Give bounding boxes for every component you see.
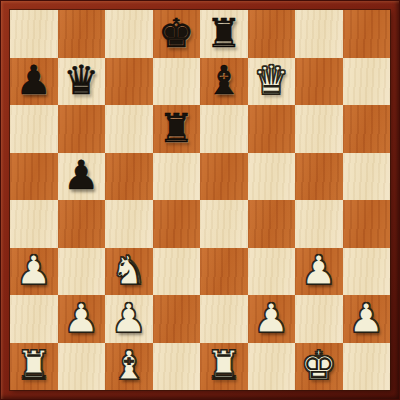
square-d1[interactable]	[153, 343, 201, 391]
square-g2[interactable]	[295, 295, 343, 343]
piece-black-rook-d6: ♜	[158, 108, 194, 148]
square-c1[interactable]: ♝	[105, 343, 153, 391]
square-f6[interactable]	[248, 105, 296, 153]
square-a6[interactable]	[10, 105, 58, 153]
square-g7[interactable]	[295, 58, 343, 106]
square-a2[interactable]	[10, 295, 58, 343]
square-g1[interactable]: ♚	[295, 343, 343, 391]
square-a1[interactable]: ♜	[10, 343, 58, 391]
square-b6[interactable]	[58, 105, 106, 153]
square-h1[interactable]	[343, 343, 391, 391]
square-b3[interactable]	[58, 248, 106, 296]
piece-white-rook-a1: ♜	[16, 345, 52, 385]
square-h5[interactable]	[343, 153, 391, 201]
square-e3[interactable]	[200, 248, 248, 296]
square-b4[interactable]	[58, 200, 106, 248]
piece-white-pawn-h2: ♟	[348, 298, 384, 338]
piece-black-queen-b7: ♛	[63, 60, 99, 100]
square-c6[interactable]	[105, 105, 153, 153]
square-f3[interactable]	[248, 248, 296, 296]
square-d8[interactable]: ♚	[153, 10, 201, 58]
square-a4[interactable]	[10, 200, 58, 248]
square-f8[interactable]	[248, 10, 296, 58]
square-e1[interactable]: ♜	[200, 343, 248, 391]
square-f4[interactable]	[248, 200, 296, 248]
square-e8[interactable]: ♜	[200, 10, 248, 58]
square-f1[interactable]	[248, 343, 296, 391]
chess-board: ♚♜♟♛♝♛♜♟♟♞♟♟♟♟♟♜♝♜♚	[10, 10, 390, 390]
square-h6[interactable]	[343, 105, 391, 153]
square-e5[interactable]	[200, 153, 248, 201]
square-d4[interactable]	[153, 200, 201, 248]
square-c3[interactable]: ♞	[105, 248, 153, 296]
board-frame: ♚♜♟♛♝♛♜♟♟♞♟♟♟♟♟♜♝♜♚	[0, 0, 400, 400]
square-f7[interactable]: ♛	[248, 58, 296, 106]
piece-white-queen-f7: ♛	[253, 60, 289, 100]
square-a8[interactable]	[10, 10, 58, 58]
square-f2[interactable]: ♟	[248, 295, 296, 343]
square-h3[interactable]	[343, 248, 391, 296]
square-b8[interactable]	[58, 10, 106, 58]
piece-black-rook-e8: ♜	[206, 13, 242, 53]
square-d2[interactable]	[153, 295, 201, 343]
square-h7[interactable]	[343, 58, 391, 106]
square-b7[interactable]: ♛	[58, 58, 106, 106]
square-d5[interactable]	[153, 153, 201, 201]
square-c4[interactable]	[105, 200, 153, 248]
piece-white-bishop-c1: ♝	[111, 345, 147, 385]
square-e6[interactable]	[200, 105, 248, 153]
square-e7[interactable]: ♝	[200, 58, 248, 106]
square-h2[interactable]: ♟	[343, 295, 391, 343]
square-c7[interactable]	[105, 58, 153, 106]
piece-white-pawn-c2: ♟	[111, 298, 147, 338]
square-e4[interactable]	[200, 200, 248, 248]
piece-white-knight-c3: ♞	[111, 250, 147, 290]
square-c2[interactable]: ♟	[105, 295, 153, 343]
square-e2[interactable]	[200, 295, 248, 343]
square-a5[interactable]	[10, 153, 58, 201]
piece-white-king-g1: ♚	[301, 345, 337, 385]
square-d6[interactable]: ♜	[153, 105, 201, 153]
square-b5[interactable]: ♟	[58, 153, 106, 201]
square-h8[interactable]	[343, 10, 391, 58]
piece-white-rook-e1: ♜	[206, 345, 242, 385]
square-g4[interactable]	[295, 200, 343, 248]
piece-black-pawn-b5: ♟	[63, 155, 99, 195]
square-c8[interactable]	[105, 10, 153, 58]
square-c5[interactable]	[105, 153, 153, 201]
square-g6[interactable]	[295, 105, 343, 153]
square-g8[interactable]	[295, 10, 343, 58]
piece-black-king-d8: ♚	[158, 13, 194, 53]
square-b2[interactable]: ♟	[58, 295, 106, 343]
square-g3[interactable]: ♟	[295, 248, 343, 296]
piece-white-pawn-a3: ♟	[16, 250, 52, 290]
square-h4[interactable]	[343, 200, 391, 248]
square-b1[interactable]	[58, 343, 106, 391]
piece-black-bishop-e7: ♝	[206, 60, 242, 100]
square-d7[interactable]	[153, 58, 201, 106]
piece-white-pawn-b2: ♟	[63, 298, 99, 338]
piece-white-pawn-g3: ♟	[301, 250, 337, 290]
square-f5[interactable]	[248, 153, 296, 201]
square-g5[interactable]	[295, 153, 343, 201]
square-d3[interactable]	[153, 248, 201, 296]
square-a7[interactable]: ♟	[10, 58, 58, 106]
square-a3[interactable]: ♟	[10, 248, 58, 296]
piece-white-pawn-f2: ♟	[253, 298, 289, 338]
piece-black-pawn-a7: ♟	[16, 60, 52, 100]
